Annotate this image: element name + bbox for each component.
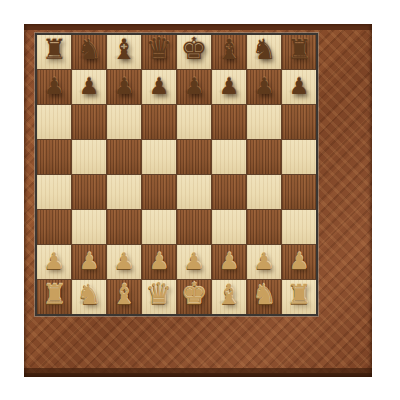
square-b6[interactable] [72, 105, 106, 139]
white-pawn-c2[interactable]: ♟ [114, 250, 135, 273]
white-king-e1[interactable]: ♚ [181, 279, 208, 309]
square-f5[interactable] [212, 140, 246, 174]
square-h5[interactable] [282, 140, 316, 174]
square-c8[interactable]: ♝ [107, 35, 141, 69]
square-d6[interactable] [142, 105, 176, 139]
square-e8[interactable]: ♚ [177, 35, 211, 69]
square-g8[interactable]: ♞ [247, 35, 281, 69]
square-h8[interactable]: ♜ [282, 35, 316, 69]
black-pawn-b7[interactable]: ♟ [79, 75, 100, 98]
white-knight-b1[interactable]: ♞ [76, 281, 101, 309]
square-h7[interactable]: ♟ [282, 70, 316, 104]
square-b5[interactable] [72, 140, 106, 174]
square-e3[interactable] [177, 210, 211, 244]
square-f3[interactable] [212, 210, 246, 244]
square-f8[interactable]: ♝ [212, 35, 246, 69]
square-d8[interactable]: ♛ [142, 35, 176, 69]
white-rook-h1[interactable]: ♜ [286, 281, 311, 309]
white-bishop-c1[interactable]: ♝ [111, 281, 136, 309]
square-c7[interactable]: ♟ [107, 70, 141, 104]
white-pawn-a2[interactable]: ♟ [44, 250, 65, 273]
square-e5[interactable] [177, 140, 211, 174]
square-h2[interactable]: ♟ [282, 245, 316, 279]
square-c5[interactable] [107, 140, 141, 174]
square-a8[interactable]: ♜ [37, 35, 71, 69]
square-d3[interactable] [142, 210, 176, 244]
white-pawn-b2[interactable]: ♟ [79, 250, 100, 273]
square-f1[interactable]: ♝ [212, 280, 246, 314]
square-e2[interactable]: ♟ [177, 245, 211, 279]
black-pawn-c7[interactable]: ♟ [114, 75, 135, 98]
square-e1[interactable]: ♚ [177, 280, 211, 314]
black-knight-g8[interactable]: ♞ [251, 36, 276, 64]
square-g7[interactable]: ♟ [247, 70, 281, 104]
square-g3[interactable] [247, 210, 281, 244]
square-e6[interactable] [177, 105, 211, 139]
white-knight-g1[interactable]: ♞ [251, 281, 276, 309]
square-d7[interactable]: ♟ [142, 70, 176, 104]
square-b2[interactable]: ♟ [72, 245, 106, 279]
chess-board[interactable]: ♜♞♝♛♚♝♞♜♟♟♟♟♟♟♟♟♟♟♟♟♟♟♟♟♜♞♝♛♚♝♞♜ [35, 33, 318, 316]
square-g2[interactable]: ♟ [247, 245, 281, 279]
square-b1[interactable]: ♞ [72, 280, 106, 314]
square-c6[interactable] [107, 105, 141, 139]
square-d2[interactable]: ♟ [142, 245, 176, 279]
square-c3[interactable] [107, 210, 141, 244]
square-c1[interactable]: ♝ [107, 280, 141, 314]
square-a3[interactable] [37, 210, 71, 244]
black-queen-d8[interactable]: ♛ [146, 34, 173, 64]
black-pawn-e7[interactable]: ♟ [184, 75, 205, 98]
black-king-e8[interactable]: ♚ [181, 34, 208, 64]
white-rook-a1[interactable]: ♜ [41, 281, 66, 309]
black-pawn-f7[interactable]: ♟ [219, 75, 240, 98]
black-bishop-f8[interactable]: ♝ [216, 36, 241, 64]
square-c4[interactable] [107, 175, 141, 209]
square-a4[interactable] [37, 175, 71, 209]
square-g4[interactable] [247, 175, 281, 209]
white-queen-d1[interactable]: ♛ [146, 279, 173, 309]
square-g1[interactable]: ♞ [247, 280, 281, 314]
square-f2[interactable]: ♟ [212, 245, 246, 279]
black-bishop-c8[interactable]: ♝ [111, 36, 136, 64]
white-pawn-d2[interactable]: ♟ [149, 250, 170, 273]
black-pawn-a7[interactable]: ♟ [44, 75, 65, 98]
black-pawn-d7[interactable]: ♟ [149, 75, 170, 98]
square-e4[interactable] [177, 175, 211, 209]
square-b3[interactable] [72, 210, 106, 244]
square-a2[interactable]: ♟ [37, 245, 71, 279]
square-b7[interactable]: ♟ [72, 70, 106, 104]
square-e7[interactable]: ♟ [177, 70, 211, 104]
chess-board-photo: ♜♞♝♛♚♝♞♜♟♟♟♟♟♟♟♟♟♟♟♟♟♟♟♟♜♞♝♛♚♝♞♜ [0, 0, 400, 400]
white-pawn-e2[interactable]: ♟ [184, 250, 205, 273]
black-pawn-g7[interactable]: ♟ [254, 75, 275, 98]
white-pawn-g2[interactable]: ♟ [254, 250, 275, 273]
square-h4[interactable] [282, 175, 316, 209]
square-a7[interactable]: ♟ [37, 70, 71, 104]
square-h6[interactable] [282, 105, 316, 139]
square-f6[interactable] [212, 105, 246, 139]
square-f7[interactable]: ♟ [212, 70, 246, 104]
square-a1[interactable]: ♜ [37, 280, 71, 314]
square-g5[interactable] [247, 140, 281, 174]
square-f4[interactable] [212, 175, 246, 209]
square-b4[interactable] [72, 175, 106, 209]
square-a6[interactable] [37, 105, 71, 139]
black-rook-a8[interactable]: ♜ [41, 36, 66, 64]
black-pawn-h7[interactable]: ♟ [289, 75, 310, 98]
square-h1[interactable]: ♜ [282, 280, 316, 314]
black-rook-h8[interactable]: ♜ [286, 36, 311, 64]
square-c2[interactable]: ♟ [107, 245, 141, 279]
square-b8[interactable]: ♞ [72, 35, 106, 69]
square-d1[interactable]: ♛ [142, 280, 176, 314]
square-h3[interactable] [282, 210, 316, 244]
square-d4[interactable] [142, 175, 176, 209]
square-d5[interactable] [142, 140, 176, 174]
square-a5[interactable] [37, 140, 71, 174]
white-pawn-h2[interactable]: ♟ [289, 250, 310, 273]
black-knight-b8[interactable]: ♞ [76, 36, 101, 64]
white-pawn-f2[interactable]: ♟ [219, 250, 240, 273]
white-bishop-f1[interactable]: ♝ [216, 281, 241, 309]
square-g6[interactable] [247, 105, 281, 139]
